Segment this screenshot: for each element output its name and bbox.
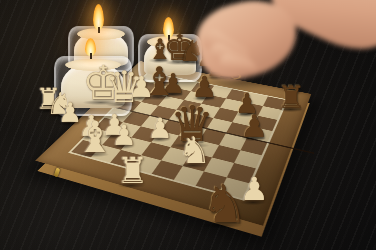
knight-icon: ♞ [202, 181, 243, 227]
flame-icon [93, 4, 104, 30]
square-g3[interactable] [212, 145, 240, 163]
piece-white-pawn-c2[interactable]: ♟ [112, 123, 135, 148]
photo-scene: ♝♚♞♟♜♟♟♝♛♟♟♜♟♞♜♞♚♛♟♟♟♟♟♝♜♞♟♟ [0, 0, 376, 250]
pawn-icon: ♟ [218, 57, 238, 79]
pawn-icon: ♟ [241, 112, 266, 140]
piece-black-pawn-g6[interactable]: ♟ [241, 112, 266, 140]
rook-icon: ♜ [117, 155, 146, 187]
piece-white-pawn-offboard[interactable]: ♟ [240, 175, 266, 204]
knight-icon: ♞ [178, 134, 208, 167]
piece-white-pawn-c5[interactable]: ♟ [129, 74, 152, 100]
pawn-icon: ♟ [129, 74, 152, 100]
square-h3[interactable] [234, 150, 262, 169]
piece-black-pawn-lifted[interactable]: ♟ [218, 57, 238, 79]
flame-icon [85, 38, 96, 56]
bishop-icon: ♝ [76, 118, 110, 156]
piece-white-pawn-d4[interactable]: ♟ [148, 116, 171, 141]
piece-black-rook-h8[interactable]: ♜ [278, 83, 303, 111]
piece-white-knight-f3[interactable]: ♞ [178, 134, 208, 167]
piece-black-knight-offboard[interactable]: ♞ [202, 181, 243, 227]
pawn-icon: ♟ [148, 116, 171, 141]
piece-white-bishop-b2[interactable]: ♝ [76, 118, 110, 156]
pawn-icon: ♟ [240, 175, 266, 204]
piece-white-rook-c1[interactable]: ♜ [117, 155, 146, 187]
pawn-icon: ♟ [112, 123, 135, 148]
rook-icon: ♜ [278, 83, 303, 111]
